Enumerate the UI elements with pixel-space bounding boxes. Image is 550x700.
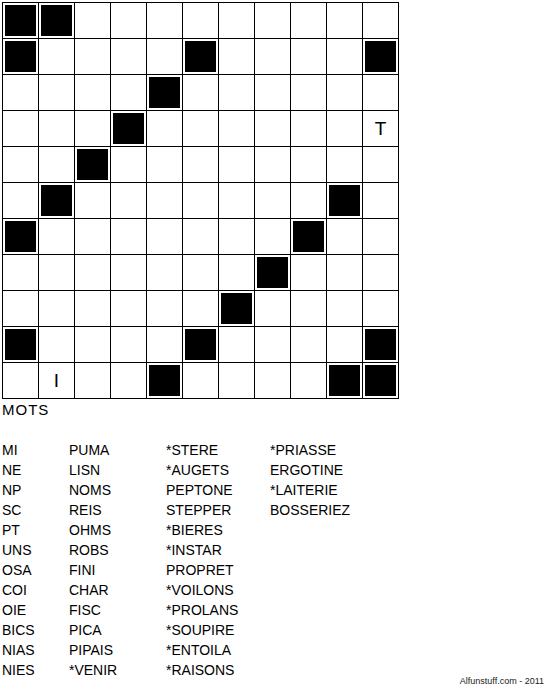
- word-entry: PEPTONE: [166, 480, 270, 500]
- word-entry: OIE: [2, 600, 69, 620]
- grid-cell[interactable]: [147, 327, 183, 363]
- grid-cell[interactable]: [219, 75, 255, 111]
- grid-cell[interactable]: [363, 183, 399, 219]
- grid-cell[interactable]: [183, 219, 219, 255]
- word-entry: FINI: [69, 560, 166, 580]
- grid-cell[interactable]: [147, 255, 183, 291]
- grid-cell[interactable]: [147, 147, 183, 183]
- grid-cell-black: [111, 111, 147, 147]
- word-entry: NE: [2, 460, 69, 480]
- grid-cell-black: [3, 327, 39, 363]
- grid-cell[interactable]: [219, 183, 255, 219]
- word-entry: CHAR: [69, 580, 166, 600]
- grid-cell[interactable]: [183, 183, 219, 219]
- grid-cell[interactable]: [363, 147, 399, 183]
- word-entry: *PRIASSE: [270, 440, 350, 460]
- grid-cell[interactable]: [75, 219, 111, 255]
- grid-cell-black: [3, 39, 39, 75]
- grid-cell[interactable]: [363, 75, 399, 111]
- grid-cell[interactable]: [219, 219, 255, 255]
- grid-cell[interactable]: [219, 327, 255, 363]
- word-entry: PUMA: [69, 440, 166, 460]
- grid-cell[interactable]: [219, 111, 255, 147]
- word-entry: *PROLANS: [166, 600, 270, 620]
- word-entry: MI: [2, 440, 69, 460]
- grid-cell[interactable]: [111, 75, 147, 111]
- word-list-column: *STERE*AUGETSPEPTONESTEPPER*BIERES*INSTA…: [166, 440, 270, 680]
- grid-cell[interactable]: [183, 75, 219, 111]
- grid-cell[interactable]: [111, 39, 147, 75]
- grid-cell[interactable]: [111, 219, 147, 255]
- grid-cell[interactable]: [219, 363, 255, 399]
- grid-cell-black: [291, 219, 327, 255]
- prefilled-letter: T: [375, 119, 387, 138]
- word-list: MINENPSCPTUNSOSACOIOIEBICSNIASNIESPUMALI…: [2, 440, 350, 680]
- grid-cell[interactable]: [147, 111, 183, 147]
- grid-cell-black: [363, 39, 399, 75]
- word-entry: *SOUPIRE: [166, 620, 270, 640]
- grid-cell[interactable]: [75, 327, 111, 363]
- grid-cell[interactable]: [3, 183, 39, 219]
- grid-cell[interactable]: [147, 219, 183, 255]
- word-entry: NIAS: [2, 640, 69, 660]
- grid-cell[interactable]: [3, 291, 39, 327]
- grid-cell[interactable]: [291, 39, 327, 75]
- grid-cell[interactable]: [255, 363, 291, 399]
- word-entry: *VENIR: [69, 660, 166, 680]
- grid-cell[interactable]: [111, 183, 147, 219]
- word-entry: LISN: [69, 460, 166, 480]
- grid-cell[interactable]: [75, 363, 111, 399]
- word-entry: *AUGETS: [166, 460, 270, 480]
- grid-cell[interactable]: [255, 3, 291, 39]
- grid-cell[interactable]: [291, 183, 327, 219]
- grid-cell[interactable]: [3, 363, 39, 399]
- grid-cell[interactable]: [255, 111, 291, 147]
- word-entry: ROBS: [69, 540, 166, 560]
- grid-cell[interactable]: [327, 327, 363, 363]
- grid-cell[interactable]: [327, 291, 363, 327]
- grid-cell[interactable]: [111, 255, 147, 291]
- grid-cell[interactable]: T: [363, 111, 399, 147]
- grid-cell-black: [75, 147, 111, 183]
- grid-cell-black: [39, 3, 75, 39]
- grid-cell[interactable]: [39, 219, 75, 255]
- grid-cell[interactable]: [39, 255, 75, 291]
- grid-cell-black: [147, 75, 183, 111]
- grid-cell[interactable]: [183, 363, 219, 399]
- word-entry: OSA: [2, 560, 69, 580]
- grid-cell[interactable]: [183, 255, 219, 291]
- word-entry: *ENTOILA: [166, 640, 270, 660]
- word-entry: PT: [2, 520, 69, 540]
- puzzle-grid: TI: [2, 2, 399, 399]
- word-entry: OHMS: [69, 520, 166, 540]
- grid-cell[interactable]: [327, 219, 363, 255]
- grid-cell[interactable]: [75, 255, 111, 291]
- grid-cell-black: [327, 183, 363, 219]
- word-entry: *LAITERIE: [270, 480, 350, 500]
- grid-cell[interactable]: [327, 75, 363, 111]
- grid-cell[interactable]: [111, 327, 147, 363]
- grid-cell-black: [3, 3, 39, 39]
- grid-cell[interactable]: [39, 327, 75, 363]
- grid-cell[interactable]: [219, 39, 255, 75]
- word-entry: *INSTAR: [166, 540, 270, 560]
- grid-cell[interactable]: [291, 75, 327, 111]
- word-entry: NP: [2, 480, 69, 500]
- grid-cell[interactable]: [327, 147, 363, 183]
- credit-text: Alfunstuff.com - 2011: [460, 676, 544, 686]
- grid-cell[interactable]: [111, 147, 147, 183]
- grid-cell-black: [363, 327, 399, 363]
- grid-cell[interactable]: [255, 75, 291, 111]
- grid-cell[interactable]: [363, 3, 399, 39]
- grid-cell[interactable]: [147, 291, 183, 327]
- grid-cell[interactable]: [39, 291, 75, 327]
- grid-cell[interactable]: [39, 39, 75, 75]
- grid-cell[interactable]: [75, 3, 111, 39]
- grid-cell[interactable]: [291, 3, 327, 39]
- grid-cell[interactable]: [147, 3, 183, 39]
- grid-cell[interactable]: [183, 3, 219, 39]
- grid-cell[interactable]: [291, 327, 327, 363]
- grid-cell[interactable]: [111, 363, 147, 399]
- grid-cell[interactable]: [3, 75, 39, 111]
- grid-cell[interactable]: [75, 75, 111, 111]
- grid-cell[interactable]: [291, 147, 327, 183]
- word-entry: *VOILONS: [166, 580, 270, 600]
- grid-cell[interactable]: [39, 111, 75, 147]
- word-entry: BOSSERIEZ: [270, 500, 350, 520]
- word-list-column: PUMALISNNOMSREISOHMSROBSFINICHARFISCPICA…: [69, 440, 166, 680]
- grid-cell[interactable]: [363, 219, 399, 255]
- grid-cell[interactable]: [255, 183, 291, 219]
- grid-cell[interactable]: [219, 255, 255, 291]
- grid-cell[interactable]: [3, 111, 39, 147]
- grid-cell[interactable]: [291, 255, 327, 291]
- word-entry: NOMS: [69, 480, 166, 500]
- grid-cell[interactable]: [3, 255, 39, 291]
- grid-cell[interactable]: [291, 363, 327, 399]
- grid-cell-black: [183, 327, 219, 363]
- grid-cell-black: [39, 183, 75, 219]
- grid-cell[interactable]: [75, 291, 111, 327]
- word-entry: NIES: [2, 660, 69, 680]
- word-entry: UNS: [2, 540, 69, 560]
- grid-cell[interactable]: [291, 291, 327, 327]
- grid-cell[interactable]: [363, 255, 399, 291]
- grid-cell-black: [219, 291, 255, 327]
- grid-cell[interactable]: [255, 147, 291, 183]
- grid-cell[interactable]: [327, 39, 363, 75]
- grid-cell[interactable]: [183, 291, 219, 327]
- grid-cell[interactable]: [255, 327, 291, 363]
- grid-cell[interactable]: [363, 291, 399, 327]
- grid-cell-black: [255, 255, 291, 291]
- word-entry: *BIERES: [166, 520, 270, 540]
- word-entry: STEPPER: [166, 500, 270, 520]
- grid-cell[interactable]: [75, 39, 111, 75]
- word-entry: ERGOTINE: [270, 460, 350, 480]
- grid-cell[interactable]: [75, 111, 111, 147]
- word-entry: *STERE: [166, 440, 270, 460]
- word-entry: REIS: [69, 500, 166, 520]
- grid-cell[interactable]: [39, 75, 75, 111]
- grid-cell[interactable]: [147, 39, 183, 75]
- word-list-heading: MOTS: [2, 401, 49, 418]
- grid-cell[interactable]: [219, 3, 255, 39]
- word-entry: SC: [2, 500, 69, 520]
- grid-cell[interactable]: [327, 3, 363, 39]
- grid-cell[interactable]: [291, 111, 327, 147]
- grid-cell[interactable]: [183, 111, 219, 147]
- word-entry: BICS: [2, 620, 69, 640]
- grid-cell[interactable]: [75, 183, 111, 219]
- grid-cell[interactable]: [111, 291, 147, 327]
- grid-cell[interactable]: [39, 147, 75, 183]
- word-entry: PICA: [69, 620, 166, 640]
- grid-cell-black: [363, 363, 399, 399]
- grid-cell[interactable]: [255, 291, 291, 327]
- grid-cell-black: [327, 363, 363, 399]
- grid-cell[interactable]: [111, 3, 147, 39]
- prefilled-letter: I: [54, 371, 59, 390]
- grid-cell[interactable]: [255, 219, 291, 255]
- grid-cell[interactable]: I: [39, 363, 75, 399]
- grid-cell[interactable]: [3, 147, 39, 183]
- grid-cell[interactable]: [219, 147, 255, 183]
- grid-cell-black: [147, 363, 183, 399]
- word-entry: COI: [2, 580, 69, 600]
- word-list-column: MINENPSCPTUNSOSACOIOIEBICSNIASNIES: [2, 440, 69, 680]
- grid-cell[interactable]: [327, 111, 363, 147]
- word-list-column: *PRIASSEERGOTINE*LAITERIEBOSSERIEZ: [270, 440, 350, 680]
- word-entry: FISC: [69, 600, 166, 620]
- word-entry: PIPAIS: [69, 640, 166, 660]
- grid-cell-black: [3, 219, 39, 255]
- grid-cell[interactable]: [183, 147, 219, 183]
- grid-cell[interactable]: [327, 255, 363, 291]
- grid-cell-black: [183, 39, 219, 75]
- grid-cell[interactable]: [147, 183, 183, 219]
- word-entry: *RAISONS: [166, 660, 270, 680]
- word-entry: PROPRET: [166, 560, 270, 580]
- grid-cell[interactable]: [255, 39, 291, 75]
